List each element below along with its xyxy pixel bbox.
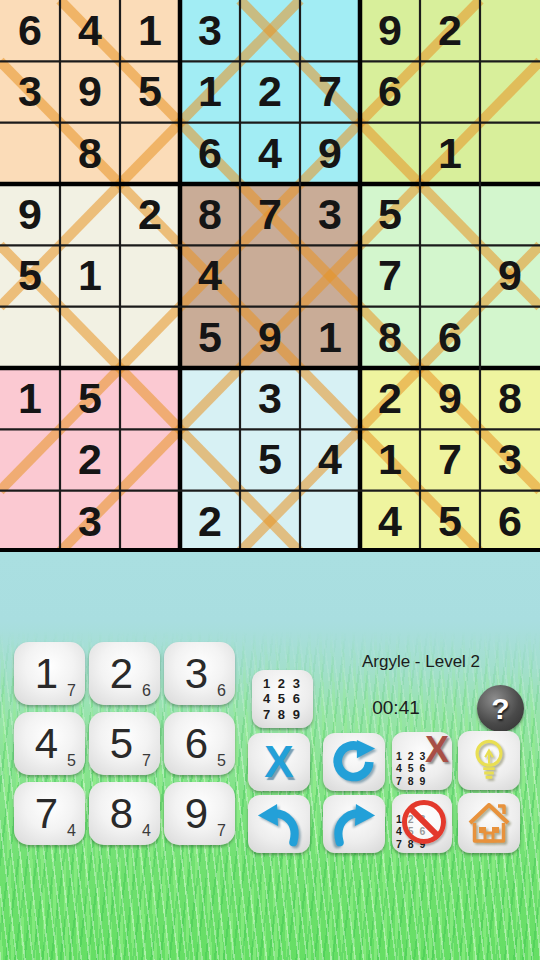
cell-r4c3[interactable]: 2	[120, 184, 180, 245]
home-icon	[465, 799, 513, 847]
cell-digit: 5	[198, 316, 222, 359]
clear-cell-button[interactable]: X	[248, 733, 310, 791]
cell-digit: 1	[138, 9, 162, 52]
digit-count-badge: 7	[217, 822, 226, 840]
cell-r7c9[interactable]: 8	[480, 368, 540, 429]
cell-digit: 1	[198, 70, 222, 113]
digit-label: 1	[35, 653, 58, 695]
cell-r9c2[interactable]: 3	[60, 491, 120, 552]
redo-circle-icon	[331, 739, 377, 785]
cell-r4c6[interactable]: 3	[300, 184, 360, 245]
cell-r8c2[interactable]: 2	[60, 429, 120, 490]
digit-9-button[interactable]: 97	[164, 782, 235, 845]
cell-digit: 5	[18, 254, 42, 297]
cell-r8c7[interactable]: 1	[360, 429, 420, 490]
cell-r8c6[interactable]: 4	[300, 429, 360, 490]
cell-r9c7[interactable]: 4	[360, 491, 420, 552]
cell-r2c5[interactable]: 2	[240, 61, 300, 122]
cell-digit: 6	[438, 316, 462, 359]
cell-r4c9[interactable]	[480, 184, 540, 245]
redo-arrow-icon	[331, 801, 377, 847]
cell-r4c7[interactable]: 5	[360, 184, 420, 245]
digit-label: 8	[110, 793, 133, 835]
cell-r9c8[interactable]: 5	[420, 491, 480, 552]
cell-r3c5[interactable]: 4	[240, 123, 300, 184]
cell-r4c4[interactable]: 8	[180, 184, 240, 245]
cell-r5c6[interactable]	[300, 245, 360, 306]
cell-digit: 3	[18, 70, 42, 113]
cell-digit: 8	[378, 316, 402, 359]
cell-r3c2[interactable]: 8	[60, 123, 120, 184]
cell-r6c5[interactable]: 9	[240, 307, 300, 368]
cell-digit: 6	[18, 9, 42, 52]
cell-digit: 6	[198, 132, 222, 175]
cell-digit: 3	[318, 193, 342, 236]
cell-digit: 1	[78, 254, 102, 297]
cell-r3c1[interactable]	[0, 123, 60, 184]
cell-digit: 7	[258, 193, 282, 236]
cell-r5c8[interactable]	[420, 245, 480, 306]
cell-r7c7[interactable]: 2	[360, 368, 420, 429]
cell-r4c1[interactable]: 9	[0, 184, 60, 245]
home-button[interactable]	[458, 793, 520, 853]
cell-r6c9[interactable]	[480, 307, 540, 368]
digit-7-button[interactable]: 74	[14, 782, 85, 845]
cell-r4c2[interactable]	[60, 184, 120, 245]
digit-3-button[interactable]: 36	[164, 642, 235, 705]
cell-digit: 1	[438, 132, 462, 175]
cell-digit: 5	[78, 377, 102, 420]
digit-count-badge: 7	[142, 752, 151, 770]
cell-r6c7[interactable]: 8	[360, 307, 420, 368]
cell-r2c3[interactable]: 5	[120, 61, 180, 122]
cell-digit: 2	[258, 70, 282, 113]
digit-count-badge: 4	[67, 822, 76, 840]
sudoku-board: 6413923951276864919287355147959186153298…	[0, 0, 540, 552]
cell-r3c7[interactable]	[360, 123, 420, 184]
cell-r2c1[interactable]: 3	[0, 61, 60, 122]
undo-button[interactable]	[248, 795, 310, 853]
cell-digit: 9	[18, 193, 42, 236]
hint-button[interactable]	[458, 731, 520, 790]
cell-r9c1[interactable]	[0, 491, 60, 552]
digit-count-badge: 7	[67, 682, 76, 700]
cell-digit: 3	[498, 438, 522, 481]
cell-digit: 2	[198, 500, 222, 543]
cell-digit: 2	[138, 193, 162, 236]
cell-digit: 4	[318, 438, 342, 481]
digit-label: 5	[110, 723, 133, 765]
cell-digit: 9	[378, 9, 402, 52]
cell-r6c1[interactable]	[0, 307, 60, 368]
cell-r8c3[interactable]	[120, 429, 180, 490]
digit-4-button[interactable]: 45	[14, 712, 85, 775]
cell-r2c2[interactable]: 9	[60, 61, 120, 122]
digit-label: 3	[185, 653, 208, 695]
cell-r2c6[interactable]: 7	[300, 61, 360, 122]
pencil-grid-icon: 1 2 34 5 67 8 9	[263, 676, 302, 723]
cell-digit: 3	[78, 500, 102, 543]
pencil-off-button[interactable]: 1 2 34 5 67 8 9	[392, 794, 452, 853]
cell-digit: 3	[258, 377, 282, 420]
cell-digit: 4	[198, 254, 222, 297]
cell-r1c2[interactable]: 4	[60, 0, 120, 61]
undo-arrow-icon	[256, 801, 302, 847]
cell-r7c8[interactable]: 9	[420, 368, 480, 429]
cell-digit: 4	[78, 9, 102, 52]
cell-r1c1[interactable]: 6	[0, 0, 60, 61]
cell-r1c4[interactable]: 3	[180, 0, 240, 61]
cell-r3c4[interactable]: 6	[180, 123, 240, 184]
cell-r6c4[interactable]: 5	[180, 307, 240, 368]
cell-digit: 8	[498, 377, 522, 420]
cell-digit: 1	[318, 316, 342, 359]
cell-digit: 5	[258, 438, 282, 481]
cell-r1c9[interactable]	[480, 0, 540, 61]
restart-button[interactable]	[323, 733, 385, 791]
cell-r9c4[interactable]: 2	[180, 491, 240, 552]
cell-digit: 9	[258, 316, 282, 359]
cell-r6c6[interactable]: 1	[300, 307, 360, 368]
cell-r8c9[interactable]: 3	[480, 429, 540, 490]
cell-digit: 7	[378, 254, 402, 297]
cell-r3c8[interactable]: 1	[420, 123, 480, 184]
cell-r3c9[interactable]	[480, 123, 540, 184]
question-mark-icon: ?	[491, 692, 509, 726]
puzzle-title: Argyle - Level 2	[306, 652, 536, 672]
x-icon: X	[264, 740, 293, 784]
cell-r9c5[interactable]	[240, 491, 300, 552]
cell-r1c6[interactable]	[300, 0, 360, 61]
cell-r7c4[interactable]	[180, 368, 240, 429]
digit-label: 6	[185, 723, 208, 765]
cell-r6c8[interactable]: 6	[420, 307, 480, 368]
digit-count-badge: 4	[142, 822, 151, 840]
cell-r7c6[interactable]	[300, 368, 360, 429]
cell-r6c2[interactable]	[60, 307, 120, 368]
sudoku-app-screen: 6413923951276864919287355147959186153298…	[0, 0, 540, 960]
cell-r1c7[interactable]: 9	[360, 0, 420, 61]
cell-digit: 1	[378, 438, 402, 481]
digit-8-button[interactable]: 84	[89, 782, 160, 845]
number-pad: 172636455765748497	[14, 642, 235, 845]
cell-r7c3[interactable]	[120, 368, 180, 429]
redo-button[interactable]	[323, 795, 385, 853]
cell-digit: 5	[438, 500, 462, 543]
cell-r7c5[interactable]: 3	[240, 368, 300, 429]
board-cells: 6413923951276864919287355147959186153298…	[0, 0, 540, 552]
help-button[interactable]: ?	[477, 685, 524, 732]
cell-r5c1[interactable]: 5	[0, 245, 60, 306]
cell-digit: 6	[378, 70, 402, 113]
cell-digit: 7	[318, 70, 342, 113]
digit-1-button[interactable]: 17	[14, 642, 85, 705]
timer: 00:41	[331, 697, 461, 719]
cell-digit: 5	[138, 70, 162, 113]
digit-label: 4	[35, 723, 58, 765]
pencil-grid-icon: 1 2 34 5 67 8 9	[396, 750, 427, 788]
cell-r5c2[interactable]: 1	[60, 245, 120, 306]
lightbulb-icon	[466, 737, 512, 785]
digit-6-button[interactable]: 65	[164, 712, 235, 775]
cell-digit: 2	[378, 377, 402, 420]
cell-r5c5[interactable]	[240, 245, 300, 306]
cell-digit: 9	[498, 254, 522, 297]
cell-digit: 9	[318, 132, 342, 175]
digit-label: 7	[35, 793, 58, 835]
cell-r7c1[interactable]: 1	[0, 368, 60, 429]
cell-r2c8[interactable]	[420, 61, 480, 122]
cell-r8c5[interactable]: 5	[240, 429, 300, 490]
clear-pencil-marks-button[interactable]: 1 2 34 5 67 8 9 X	[392, 732, 452, 790]
digit-label: 2	[110, 653, 133, 695]
cell-r9c9[interactable]: 6	[480, 491, 540, 552]
cell-r2c9[interactable]	[480, 61, 540, 122]
cell-digit: 6	[498, 500, 522, 543]
cell-digit: 1	[18, 377, 42, 420]
red-x-icon: X	[425, 732, 449, 768]
cell-r5c4[interactable]: 4	[180, 245, 240, 306]
cell-digit: 8	[78, 132, 102, 175]
digit-count-badge: 5	[217, 752, 226, 770]
cell-digit: 8	[198, 193, 222, 236]
digit-5-button[interactable]: 57	[89, 712, 160, 775]
cell-digit: 9	[438, 377, 462, 420]
cell-r9c6[interactable]	[300, 491, 360, 552]
cell-r4c5[interactable]: 7	[240, 184, 300, 245]
digit-2-button[interactable]: 26	[89, 642, 160, 705]
cell-digit: 2	[438, 9, 462, 52]
cell-r2c4[interactable]: 1	[180, 61, 240, 122]
cell-r2c7[interactable]: 6	[360, 61, 420, 122]
cell-r1c5[interactable]	[240, 0, 300, 61]
cell-digit: 2	[78, 438, 102, 481]
digit-count-badge: 6	[142, 682, 151, 700]
cell-r6c3[interactable]	[120, 307, 180, 368]
no-symbol-icon	[402, 800, 446, 844]
cell-digit: 5	[378, 193, 402, 236]
cell-r3c6[interactable]: 9	[300, 123, 360, 184]
pencil-marks-button[interactable]: 1 2 34 5 67 8 9	[252, 670, 313, 728]
cell-digit: 4	[378, 500, 402, 543]
cell-r3c3[interactable]	[120, 123, 180, 184]
digit-count-badge: 5	[67, 752, 76, 770]
digit-label: 9	[185, 793, 208, 835]
cell-r8c4[interactable]	[180, 429, 240, 490]
cell-r5c9[interactable]: 9	[480, 245, 540, 306]
cell-r8c8[interactable]: 7	[420, 429, 480, 490]
cell-digit: 9	[78, 70, 102, 113]
cell-digit: 3	[198, 9, 222, 52]
digit-count-badge: 6	[217, 682, 226, 700]
cell-r5c3[interactable]	[120, 245, 180, 306]
cell-r7c2[interactable]: 5	[60, 368, 120, 429]
cell-r8c1[interactable]	[0, 429, 60, 490]
cell-digit: 7	[438, 438, 462, 481]
cell-digit: 4	[258, 132, 282, 175]
cell-r4c8[interactable]	[420, 184, 480, 245]
cell-r1c8[interactable]: 2	[420, 0, 480, 61]
cell-r1c3[interactable]: 1	[120, 0, 180, 61]
cell-r5c7[interactable]: 7	[360, 245, 420, 306]
cell-r9c3[interactable]	[120, 491, 180, 552]
